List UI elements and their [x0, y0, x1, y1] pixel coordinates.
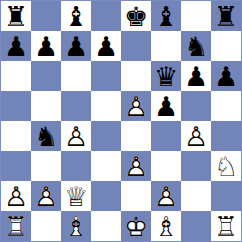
white-rook[interactable]: ♜♖ [211, 211, 241, 241]
black-bishop[interactable]: ♝ [151, 1, 181, 31]
piece-glyph: ♟ [151, 91, 181, 121]
piece-glyph: ♟ [211, 61, 241, 91]
piece-glyph: ♝ [151, 1, 181, 31]
square-c4[interactable]: ♟♙ [61, 121, 91, 151]
square-a4[interactable] [1, 121, 31, 151]
square-c8[interactable]: ♝ [61, 1, 91, 31]
piece-outline: ♙ [121, 91, 151, 121]
square-b2[interactable]: ♟♙ [31, 181, 61, 211]
piece-glyph: ♞ [31, 121, 61, 151]
white-pawn[interactable]: ♟♙ [121, 91, 151, 121]
square-a3[interactable] [1, 151, 31, 181]
square-h1[interactable]: ♜♖ [211, 211, 241, 241]
black-pawn[interactable]: ♟ [181, 61, 211, 91]
piece-glyph: ♟ [181, 61, 211, 91]
chess-board: ♜♝♚♝♜♟♟♟♟♞♛♟♟♟♙♟♞♟♙♟♙♟♙♞♘♟♙♟♙♛♕♟♙♜♖♝♗♚♔♝… [0, 0, 242, 242]
piece-outline: ♙ [181, 121, 211, 151]
piece-outline: ♔ [121, 211, 151, 241]
black-pawn[interactable]: ♟ [61, 31, 91, 61]
square-b4[interactable]: ♞ [31, 121, 61, 151]
square-h7[interactable] [211, 31, 241, 61]
square-g7[interactable]: ♞ [181, 31, 211, 61]
black-bishop[interactable]: ♝ [61, 1, 91, 31]
square-g2[interactable] [181, 181, 211, 211]
square-e1[interactable]: ♚♔ [121, 211, 151, 241]
piece-glyph: ♚ [121, 1, 151, 31]
square-a7[interactable]: ♟ [1, 31, 31, 61]
square-h3[interactable]: ♞♘ [211, 151, 241, 181]
square-b8[interactable] [31, 1, 61, 31]
white-pawn[interactable]: ♟♙ [31, 181, 61, 211]
white-bishop[interactable]: ♝♗ [151, 211, 181, 241]
white-pawn[interactable]: ♟♙ [151, 181, 181, 211]
piece-glyph: ♝ [61, 1, 91, 31]
piece-outline: ♗ [61, 211, 91, 241]
square-e6[interactable] [121, 61, 151, 91]
square-g5[interactable] [181, 91, 211, 121]
square-f2[interactable]: ♟♙ [151, 181, 181, 211]
square-f6[interactable]: ♛ [151, 61, 181, 91]
white-bishop[interactable]: ♝♗ [61, 211, 91, 241]
piece-outline: ♙ [31, 181, 61, 211]
piece-glyph: ♜ [1, 1, 31, 31]
square-h8[interactable]: ♜ [211, 1, 241, 31]
square-d2[interactable] [91, 181, 121, 211]
black-knight[interactable]: ♞ [181, 31, 211, 61]
black-king[interactable]: ♚ [121, 1, 151, 31]
square-h4[interactable] [211, 121, 241, 151]
square-d3[interactable] [91, 151, 121, 181]
square-c7[interactable]: ♟ [61, 31, 91, 61]
square-c6[interactable] [61, 61, 91, 91]
square-d1[interactable] [91, 211, 121, 241]
piece-outline: ♖ [1, 211, 31, 241]
square-a8[interactable]: ♜ [1, 1, 31, 31]
piece-outline: ♙ [151, 181, 181, 211]
square-h6[interactable]: ♟ [211, 61, 241, 91]
black-pawn[interactable]: ♟ [1, 31, 31, 61]
piece-outline: ♙ [121, 151, 151, 181]
square-a1[interactable]: ♜♖ [1, 211, 31, 241]
black-pawn[interactable]: ♟ [151, 91, 181, 121]
square-e2[interactable] [121, 181, 151, 211]
square-b1[interactable] [31, 211, 61, 241]
piece-outline: ♙ [61, 121, 91, 151]
square-f3[interactable] [151, 151, 181, 181]
piece-glyph: ♟ [1, 31, 31, 61]
square-c3[interactable] [61, 151, 91, 181]
square-c5[interactable] [61, 91, 91, 121]
square-e4[interactable] [121, 121, 151, 151]
square-e8[interactable]: ♚ [121, 1, 151, 31]
square-c2[interactable]: ♛♕ [61, 181, 91, 211]
white-knight[interactable]: ♞♘ [211, 151, 241, 181]
square-a2[interactable]: ♟♙ [1, 181, 31, 211]
square-f1[interactable]: ♝♗ [151, 211, 181, 241]
square-b7[interactable]: ♟ [31, 31, 61, 61]
square-d7[interactable]: ♟ [91, 31, 121, 61]
white-pawn[interactable]: ♟♙ [61, 121, 91, 151]
square-h2[interactable] [211, 181, 241, 211]
square-g8[interactable] [181, 1, 211, 31]
square-d8[interactable] [91, 1, 121, 31]
square-c1[interactable]: ♝♗ [61, 211, 91, 241]
piece-glyph: ♟ [31, 31, 61, 61]
square-g1[interactable] [181, 211, 211, 241]
square-d6[interactable] [91, 61, 121, 91]
white-queen[interactable]: ♛♕ [61, 181, 91, 211]
black-rook[interactable]: ♜ [211, 1, 241, 31]
square-a5[interactable] [1, 91, 31, 121]
square-g4[interactable]: ♟♙ [181, 121, 211, 151]
black-rook[interactable]: ♜ [1, 1, 31, 31]
square-b5[interactable] [31, 91, 61, 121]
white-pawn[interactable]: ♟♙ [181, 121, 211, 151]
black-queen[interactable]: ♛ [151, 61, 181, 91]
piece-glyph: ♞ [181, 31, 211, 61]
square-e3[interactable]: ♟♙ [121, 151, 151, 181]
square-f5[interactable]: ♟ [151, 91, 181, 121]
white-rook[interactable]: ♜♖ [1, 211, 31, 241]
white-pawn[interactable]: ♟♙ [1, 181, 31, 211]
piece-outline: ♖ [211, 211, 241, 241]
square-g3[interactable] [181, 151, 211, 181]
black-pawn[interactable]: ♟ [31, 31, 61, 61]
square-f4[interactable] [151, 121, 181, 151]
square-f8[interactable]: ♝ [151, 1, 181, 31]
square-d4[interactable] [91, 121, 121, 151]
square-d5[interactable] [91, 91, 121, 121]
piece-outline: ♘ [211, 151, 241, 181]
piece-glyph: ♟ [91, 31, 121, 61]
black-knight[interactable]: ♞ [31, 121, 61, 151]
piece-outline: ♙ [1, 181, 31, 211]
piece-outline: ♗ [151, 211, 181, 241]
square-e5[interactable]: ♟♙ [121, 91, 151, 121]
piece-glyph: ♟ [61, 31, 91, 61]
square-h5[interactable] [211, 91, 241, 121]
square-g6[interactable]: ♟ [181, 61, 211, 91]
black-pawn[interactable]: ♟ [211, 61, 241, 91]
black-pawn[interactable]: ♟ [91, 31, 121, 61]
white-king[interactable]: ♚♔ [121, 211, 151, 241]
white-pawn[interactable]: ♟♙ [121, 151, 151, 181]
square-a6[interactable] [1, 61, 31, 91]
piece-glyph: ♛ [151, 61, 181, 91]
piece-outline: ♕ [61, 181, 91, 211]
piece-glyph: ♜ [211, 1, 241, 31]
square-b3[interactable] [31, 151, 61, 181]
square-e7[interactable] [121, 31, 151, 61]
square-b6[interactable] [31, 61, 61, 91]
square-f7[interactable] [151, 31, 181, 61]
